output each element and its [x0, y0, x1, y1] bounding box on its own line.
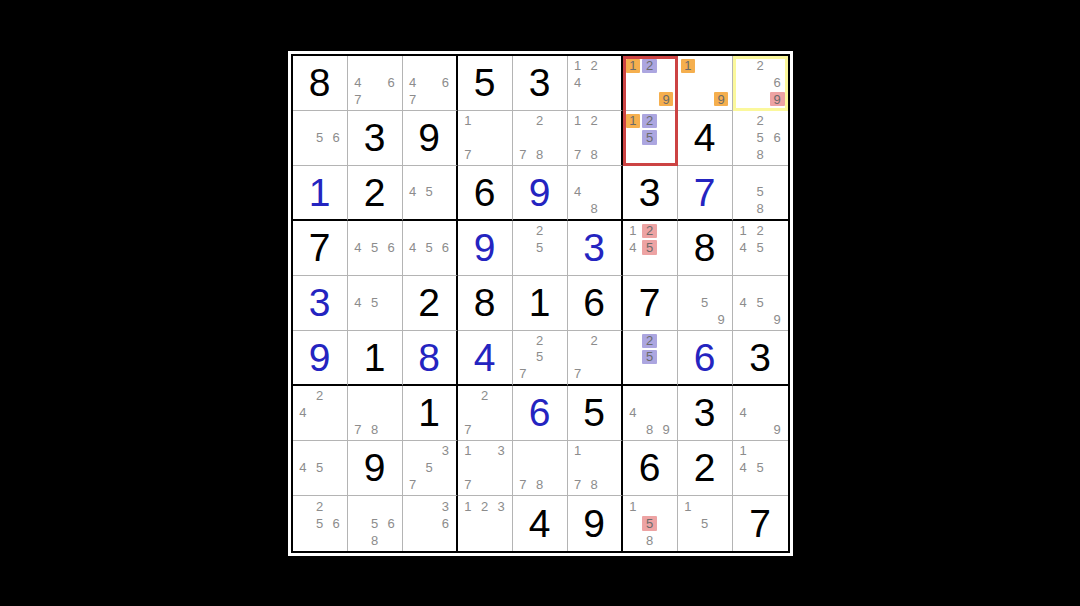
empty-candidate-slot [515, 113, 532, 130]
pencil-marks: 459 [735, 278, 786, 328]
candidate-4: 4 [350, 74, 367, 91]
given-digit: 3 [678, 386, 732, 440]
pencil-marks: 256 [295, 498, 345, 549]
cell-r4c5[interactable]: 25 [513, 221, 568, 276]
cell-r7c7[interactable]: 489 [623, 386, 678, 441]
cell-r7c5[interactable]: 6 [513, 386, 568, 441]
cell-r1c3[interactable]: 467 [403, 56, 458, 111]
empty-candidate-slot [586, 443, 602, 460]
pencil-marks: 45 [350, 278, 400, 328]
candidate-5: 5 [696, 515, 713, 532]
candidate-4: 4 [735, 459, 752, 476]
empty-candidate-slot [366, 74, 383, 91]
empty-candidate-slot [602, 476, 618, 493]
empty-candidate-slot [515, 349, 532, 365]
candidate-5: 5 [531, 349, 548, 365]
empty-candidate-slot [328, 404, 345, 421]
empty-candidate-slot [735, 58, 752, 75]
cell-r8c3[interactable]: 357 [403, 441, 458, 496]
cell-r9c3[interactable]: 36 [403, 496, 458, 551]
solved-digit: 9 [293, 331, 347, 384]
empty-candidate-slot [548, 239, 565, 256]
empty-candidate-slot [769, 388, 786, 405]
cell-r3c5[interactable]: 9 [513, 166, 568, 221]
empty-candidate-slot [641, 388, 658, 405]
cell-r7c1[interactable]: 24 [293, 386, 348, 441]
cell-r8c5[interactable]: 78 [513, 441, 568, 496]
empty-candidate-slot [641, 256, 658, 273]
empty-candidate-slot [735, 168, 752, 184]
empty-candidate-slot [713, 278, 730, 295]
empty-candidate-slot [752, 443, 769, 460]
empty-candidate-slot [328, 459, 345, 476]
empty-candidate-slot [405, 443, 421, 460]
cell-r2c5[interactable]: 278 [513, 111, 568, 166]
board-margin: 8467467531241291926956391727812781254256… [288, 51, 793, 556]
empty-candidate-slot [769, 239, 786, 256]
cell-r6c8[interactable]: 6 [678, 331, 733, 386]
given-digit: 8 [458, 276, 512, 330]
cell-r3c1[interactable]: 1 [293, 166, 348, 221]
cell-r4c9[interactable]: 1245 [733, 221, 788, 276]
candidate-9: 9 [769, 421, 786, 438]
cell-r5c3[interactable]: 2 [403, 276, 458, 331]
cell-r9c6[interactable]: 9 [568, 496, 623, 551]
empty-candidate-slot [311, 404, 328, 421]
empty-candidate-slot [531, 129, 548, 146]
pencil-marks: 269 [735, 58, 786, 108]
candidate-2: 2 [642, 114, 657, 129]
candidate-6: 6 [437, 74, 453, 91]
cell-r2c4[interactable]: 17 [458, 111, 513, 166]
candidate-8: 8 [366, 421, 383, 438]
empty-candidate-slot [680, 294, 697, 311]
candidate-9: 9 [769, 311, 786, 328]
cell-r3c2[interactable]: 2 [348, 166, 403, 221]
empty-candidate-slot [769, 294, 786, 311]
pencil-marks: 129 [625, 58, 675, 108]
cell-r7c3[interactable]: 1 [403, 386, 458, 441]
cell-r4c1[interactable]: 7 [293, 221, 348, 276]
cell-r7c8[interactable]: 3 [678, 386, 733, 441]
solved-digit: 6 [513, 386, 567, 440]
empty-candidate-slot [311, 532, 328, 549]
given-digit: 7 [293, 221, 347, 275]
empty-candidate-slot [769, 184, 786, 200]
candidate-2: 2 [476, 388, 493, 405]
empty-candidate-slot [493, 421, 510, 438]
candidate-5: 5 [366, 294, 383, 311]
empty-candidate-slot [680, 515, 697, 532]
cell-r2c2[interactable]: 3 [348, 111, 403, 166]
empty-candidate-slot [350, 388, 367, 405]
empty-candidate-slot [405, 459, 421, 476]
empty-candidate-slot [476, 404, 493, 421]
cell-r6c3[interactable]: 8 [403, 331, 458, 386]
empty-candidate-slot [366, 498, 383, 515]
empty-candidate-slot [752, 404, 769, 421]
cell-r6c7[interactable]: 25 [623, 331, 678, 386]
empty-candidate-slot [383, 498, 400, 515]
cell-r7c4[interactable]: 27 [458, 386, 513, 441]
empty-candidate-slot [295, 113, 312, 130]
cell-r2c1[interactable]: 56 [293, 111, 348, 166]
empty-candidate-slot [328, 421, 345, 438]
empty-candidate-slot [476, 129, 493, 146]
candidate-2: 2 [586, 113, 602, 130]
empty-candidate-slot [405, 498, 421, 515]
pencil-marks: 2568 [735, 113, 786, 163]
empty-candidate-slot [658, 113, 675, 130]
empty-candidate-slot [476, 476, 493, 493]
pencil-marks: 278 [515, 113, 565, 163]
empty-candidate-slot [493, 532, 510, 549]
cell-r2c7[interactable]: 125 [623, 111, 678, 166]
candidate-2: 2 [586, 58, 602, 75]
given-digit: 2 [678, 441, 732, 495]
empty-candidate-slot [421, 515, 437, 532]
pencil-marks: 45 [295, 443, 345, 493]
candidate-5: 5 [752, 184, 769, 200]
empty-candidate-slot [658, 388, 675, 405]
empty-candidate-slot [769, 443, 786, 460]
empty-candidate-slot [602, 459, 618, 476]
empty-candidate-slot [383, 294, 400, 311]
pencil-marks: 58 [735, 168, 786, 217]
pencil-marks: 467 [405, 58, 454, 108]
candidate-5: 5 [311, 459, 328, 476]
empty-candidate-slot [548, 476, 565, 493]
empty-candidate-slot [570, 91, 586, 108]
empty-candidate-slot [602, 184, 618, 200]
cell-r1c8[interactable]: 19 [678, 56, 733, 111]
given-digit: 9 [403, 111, 456, 165]
empty-candidate-slot [658, 365, 675, 381]
candidate-1: 1 [570, 113, 586, 130]
pencil-marks: 78 [515, 443, 565, 493]
given-digit: 8 [293, 56, 347, 110]
empty-candidate-slot [476, 421, 493, 438]
empty-candidate-slot [769, 113, 786, 130]
empty-candidate-slot [735, 476, 752, 493]
candidate-1: 1 [735, 443, 752, 460]
empty-candidate-slot [476, 113, 493, 130]
empty-candidate-slot [696, 91, 713, 108]
cell-r2c9[interactable]: 2568 [733, 111, 788, 166]
pencil-marks: 15 [680, 498, 730, 549]
empty-candidate-slot [421, 200, 437, 216]
candidate-4: 4 [295, 459, 312, 476]
cell-r3c4[interactable]: 6 [458, 166, 513, 221]
empty-candidate-slot [602, 333, 618, 349]
empty-candidate-slot [586, 74, 602, 91]
pencil-marks: 124 [570, 58, 619, 108]
cell-r5c8[interactable]: 59 [678, 276, 733, 331]
candidate-7: 7 [460, 476, 477, 493]
cell-r3c3[interactable]: 45 [403, 166, 458, 221]
empty-candidate-slot [295, 498, 312, 515]
cell-r1c1[interactable]: 8 [293, 56, 348, 111]
candidate-5: 5 [311, 515, 328, 532]
empty-candidate-slot [696, 532, 713, 549]
empty-candidate-slot [350, 515, 367, 532]
candidate-6: 6 [769, 74, 786, 91]
cell-r1c9[interactable]: 269 [733, 56, 788, 111]
empty-candidate-slot [295, 532, 312, 549]
candidate-7: 7 [405, 91, 421, 108]
candidate-4: 4 [625, 239, 642, 256]
cell-r6c4[interactable]: 4 [458, 331, 513, 386]
cell-r5c9[interactable]: 459 [733, 276, 788, 331]
cell-r4c2[interactable]: 456 [348, 221, 403, 276]
candidate-1: 1 [735, 223, 752, 240]
empty-candidate-slot [602, 74, 618, 91]
empty-candidate-slot [586, 91, 602, 108]
empty-candidate-slot [421, 223, 437, 240]
cell-r6c5[interactable]: 257 [513, 331, 568, 386]
solved-digit: 8 [403, 331, 456, 384]
empty-candidate-slot [570, 168, 586, 184]
given-digit: 9 [568, 496, 621, 551]
empty-candidate-slot [366, 58, 383, 75]
empty-candidate-slot [586, 184, 602, 200]
candidate-6: 6 [383, 74, 400, 91]
cell-r7c9[interactable]: 49 [733, 386, 788, 441]
cell-r3c7[interactable]: 3 [623, 166, 678, 221]
cell-r1c7[interactable]: 129 [623, 56, 678, 111]
cell-r4c3[interactable]: 456 [403, 221, 458, 276]
candidate-2: 2 [752, 58, 769, 75]
cell-r4c6[interactable]: 3 [568, 221, 623, 276]
empty-candidate-slot [493, 113, 510, 130]
empty-candidate-slot [769, 168, 786, 184]
screen: 8467467531241291926956391727812781254256… [0, 0, 1080, 606]
candidate-5: 5 [421, 459, 437, 476]
given-digit: 2 [348, 166, 402, 219]
empty-candidate-slot [515, 256, 532, 273]
empty-candidate-slot [602, 365, 618, 381]
empty-candidate-slot [460, 532, 477, 549]
cell-r5c2[interactable]: 45 [348, 276, 403, 331]
empty-candidate-slot [625, 91, 642, 108]
cell-r8c6[interactable]: 178 [568, 441, 623, 496]
candidate-9: 9 [713, 311, 730, 328]
candidate-6: 6 [437, 239, 453, 256]
cell-r3c8[interactable]: 7 [678, 166, 733, 221]
empty-candidate-slot [752, 91, 769, 108]
empty-candidate-slot [350, 58, 367, 75]
empty-candidate-slot [752, 168, 769, 184]
cell-r8c1[interactable]: 45 [293, 441, 348, 496]
cell-r4c4[interactable]: 9 [458, 221, 513, 276]
empty-candidate-slot [421, 532, 437, 549]
solved-digit: 1 [293, 166, 347, 219]
solved-digit: 4 [458, 331, 512, 384]
empty-candidate-slot [752, 421, 769, 438]
empty-candidate-slot [383, 421, 400, 438]
empty-candidate-slot [405, 200, 421, 216]
empty-candidate-slot [625, 532, 642, 549]
given-digit: 5 [458, 56, 512, 110]
candidate-1: 1 [460, 443, 477, 460]
empty-candidate-slot [476, 459, 493, 476]
cell-r9c1[interactable]: 256 [293, 496, 348, 551]
candidate-5: 5 [752, 459, 769, 476]
candidate-2: 2 [586, 333, 602, 349]
candidate-5: 5 [752, 239, 769, 256]
empty-candidate-slot [625, 365, 642, 381]
cell-r5c7[interactable]: 7 [623, 276, 678, 331]
empty-candidate-slot [383, 223, 400, 240]
cell-r7c6[interactable]: 5 [568, 386, 623, 441]
empty-candidate-slot [350, 223, 367, 240]
empty-candidate-slot [493, 404, 510, 421]
empty-candidate-slot [752, 388, 769, 405]
cell-r5c1[interactable]: 3 [293, 276, 348, 331]
cell-r2c8[interactable]: 4 [678, 111, 733, 166]
cell-r6c1[interactable]: 9 [293, 331, 348, 386]
candidate-1: 1 [626, 59, 641, 74]
empty-candidate-slot [421, 74, 437, 91]
empty-candidate-slot [625, 515, 642, 532]
empty-candidate-slot [735, 200, 752, 216]
candidate-2: 2 [642, 224, 657, 239]
empty-candidate-slot [328, 388, 345, 405]
cell-r8c8[interactable]: 2 [678, 441, 733, 496]
cell-r7c2[interactable]: 78 [348, 386, 403, 441]
empty-candidate-slot [713, 515, 730, 532]
pencil-marks: 1278 [570, 113, 619, 163]
cell-r1c2[interactable]: 467 [348, 56, 403, 111]
cell-r9c5[interactable]: 4 [513, 496, 568, 551]
empty-candidate-slot [680, 91, 697, 108]
given-digit: 3 [623, 166, 677, 219]
candidate-2: 2 [311, 388, 328, 405]
empty-candidate-slot [641, 91, 658, 108]
cell-r9c8[interactable]: 15 [678, 496, 733, 551]
candidate-1: 1 [570, 443, 586, 460]
candidate-1: 1 [570, 58, 586, 75]
pencil-marks: 489 [625, 388, 675, 438]
cell-r9c9[interactable]: 7 [733, 496, 788, 551]
pencil-marks: 568 [350, 498, 400, 549]
candidate-4: 4 [350, 294, 367, 311]
empty-candidate-slot [586, 129, 602, 146]
cell-r1c6[interactable]: 124 [568, 56, 623, 111]
empty-candidate-slot [696, 278, 713, 295]
candidate-3: 3 [437, 443, 453, 460]
cell-r4c8[interactable]: 8 [678, 221, 733, 276]
empty-candidate-slot [295, 421, 312, 438]
cell-r9c4[interactable]: 123 [458, 496, 513, 551]
empty-candidate-slot [383, 388, 400, 405]
empty-candidate-slot [328, 146, 345, 163]
empty-candidate-slot [602, 349, 618, 365]
cell-r9c7[interactable]: 158 [623, 496, 678, 551]
cell-r8c7[interactable]: 6 [623, 441, 678, 496]
cell-r5c5[interactable]: 1 [513, 276, 568, 331]
empty-candidate-slot [460, 459, 477, 476]
cell-r5c6[interactable]: 6 [568, 276, 623, 331]
candidate-8: 8 [641, 421, 658, 438]
given-digit: 8 [678, 221, 732, 275]
cell-r1c4[interactable]: 5 [458, 56, 513, 111]
cell-r9c2[interactable]: 568 [348, 496, 403, 551]
cell-r3c9[interactable]: 58 [733, 166, 788, 221]
pencil-marks: 19 [680, 58, 730, 108]
candidate-2: 2 [531, 333, 548, 349]
candidate-1: 1 [460, 498, 477, 515]
empty-candidate-slot [531, 459, 548, 476]
cell-r6c6[interactable]: 27 [568, 331, 623, 386]
candidate-4: 4 [405, 184, 421, 200]
cell-r8c9[interactable]: 145 [733, 441, 788, 496]
empty-candidate-slot [570, 129, 586, 146]
candidate-7: 7 [515, 146, 532, 163]
empty-candidate-slot [713, 58, 730, 75]
empty-candidate-slot [437, 532, 453, 549]
cell-r6c9[interactable]: 3 [733, 331, 788, 386]
cell-r2c3[interactable]: 9 [403, 111, 458, 166]
cell-r2c6[interactable]: 1278 [568, 111, 623, 166]
empty-candidate-slot [405, 58, 421, 75]
given-digit: 4 [513, 496, 567, 551]
cell-r3c6[interactable]: 48 [568, 166, 623, 221]
empty-candidate-slot [586, 168, 602, 184]
candidate-4: 4 [295, 404, 312, 421]
candidate-6: 6 [328, 515, 345, 532]
pencil-marks: 125 [625, 113, 675, 163]
empty-candidate-slot [602, 146, 618, 163]
cell-r6c2[interactable]: 1 [348, 331, 403, 386]
empty-candidate-slot [405, 223, 421, 240]
candidate-5: 5 [752, 129, 769, 146]
empty-candidate-slot [769, 200, 786, 216]
empty-candidate-slot [460, 129, 477, 146]
candidate-8: 8 [586, 200, 602, 216]
empty-candidate-slot [421, 498, 437, 515]
empty-candidate-slot [658, 515, 675, 532]
empty-candidate-slot [658, 333, 675, 349]
empty-candidate-slot [735, 311, 752, 328]
given-digit: 2 [403, 276, 456, 330]
empty-candidate-slot [713, 294, 730, 311]
empty-candidate-slot [641, 404, 658, 421]
pencil-marks: 48 [570, 168, 619, 217]
cell-r4c7[interactable]: 1245 [623, 221, 678, 276]
pencil-marks: 456 [405, 223, 454, 273]
sudoku-board: 8467467531241291926956391727812781254256… [293, 56, 788, 551]
empty-candidate-slot [295, 515, 312, 532]
empty-candidate-slot [548, 223, 565, 240]
cell-r8c4[interactable]: 137 [458, 441, 513, 496]
pencil-marks: 17 [460, 113, 510, 163]
candidate-4: 4 [570, 74, 586, 91]
cell-r5c4[interactable]: 8 [458, 276, 513, 331]
empty-candidate-slot [548, 256, 565, 273]
empty-candidate-slot [586, 349, 602, 365]
candidate-3: 3 [437, 498, 453, 515]
empty-candidate-slot [437, 223, 453, 240]
pencil-marks: 49 [735, 388, 786, 438]
cell-r8c2[interactable]: 9 [348, 441, 403, 496]
empty-candidate-slot [328, 113, 345, 130]
candidate-2: 2 [642, 334, 657, 348]
empty-candidate-slot [383, 278, 400, 295]
solved-digit: 3 [293, 276, 347, 330]
empty-candidate-slot [735, 74, 752, 91]
cell-r1c5[interactable]: 3 [513, 56, 568, 111]
